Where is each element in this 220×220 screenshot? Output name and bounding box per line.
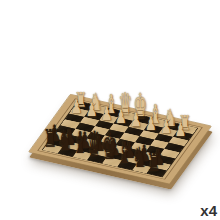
board-square: ♜	[147, 167, 166, 176]
quantity-badge: x4	[200, 203, 217, 218]
chess-piece-black-rook: ♜	[139, 151, 170, 176]
product-photo: ♜♞♝♛♚♝♞♜♟♟♟♟♟♟♟♟♟♟♟♟♟♟♟♟♜♞♝♛♚♝♞♜ x4	[0, 0, 220, 220]
